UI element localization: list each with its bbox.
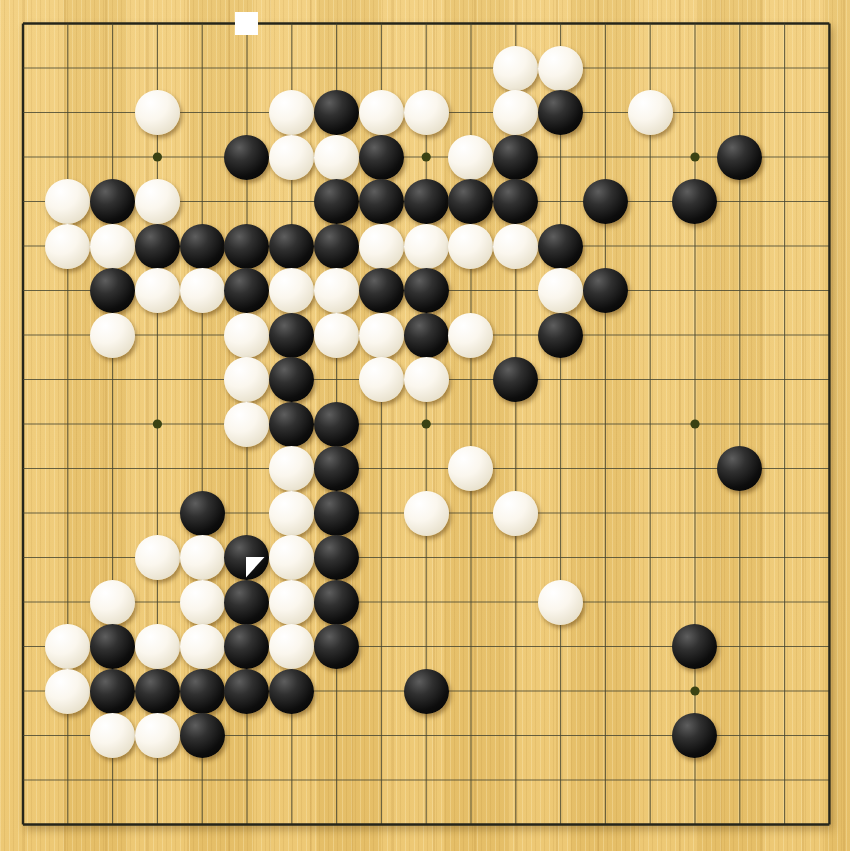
intersection[interactable] (135, 46, 180, 91)
intersection[interactable] (583, 357, 628, 402)
intersection[interactable] (807, 580, 850, 625)
intersection[interactable] (225, 758, 270, 803)
intersection[interactable] (180, 624, 225, 669)
intersection[interactable] (673, 135, 718, 180)
intersection[interactable] (1, 179, 46, 224)
intersection[interactable] (628, 802, 673, 847)
intersection[interactable] (673, 90, 718, 135)
intersection[interactable] (717, 802, 762, 847)
intersection[interactable] (269, 402, 314, 447)
intersection[interactable] (359, 268, 404, 313)
intersection[interactable] (225, 446, 270, 491)
intersection[interactable] (135, 491, 180, 536)
intersection[interactable] (225, 1, 270, 46)
intersection[interactable] (717, 758, 762, 803)
intersection[interactable] (225, 179, 270, 224)
intersection[interactable] (225, 357, 270, 402)
intersection[interactable] (717, 624, 762, 669)
intersection[interactable] (449, 1, 494, 46)
intersection[interactable] (762, 624, 807, 669)
intersection[interactable] (404, 90, 449, 135)
intersection[interactable] (45, 802, 90, 847)
intersection[interactable] (493, 135, 538, 180)
intersection[interactable] (135, 313, 180, 358)
intersection[interactable] (673, 1, 718, 46)
intersection[interactable] (135, 758, 180, 803)
intersection[interactable] (269, 491, 314, 536)
intersection[interactable] (314, 624, 359, 669)
intersection[interactable] (404, 268, 449, 313)
intersection[interactable] (359, 179, 404, 224)
intersection[interactable] (1, 268, 46, 313)
intersection[interactable] (673, 179, 718, 224)
intersection[interactable] (314, 179, 359, 224)
intersection[interactable] (314, 224, 359, 269)
intersection[interactable] (583, 135, 628, 180)
intersection[interactable] (762, 802, 807, 847)
intersection[interactable] (404, 402, 449, 447)
intersection[interactable] (90, 90, 135, 135)
intersection[interactable] (269, 758, 314, 803)
intersection[interactable] (628, 46, 673, 91)
intersection[interactable] (180, 580, 225, 625)
intersection[interactable] (1, 713, 46, 758)
intersection[interactable] (583, 179, 628, 224)
intersection[interactable] (628, 1, 673, 46)
intersection[interactable] (493, 313, 538, 358)
intersection[interactable] (314, 669, 359, 714)
intersection[interactable] (449, 135, 494, 180)
intersection[interactable] (762, 491, 807, 536)
intersection[interactable] (404, 758, 449, 803)
intersection[interactable] (314, 802, 359, 847)
intersection[interactable] (807, 357, 850, 402)
intersection[interactable] (807, 713, 850, 758)
intersection[interactable] (538, 179, 583, 224)
intersection[interactable] (449, 224, 494, 269)
intersection[interactable] (583, 669, 628, 714)
intersection[interactable] (583, 758, 628, 803)
intersection[interactable] (90, 580, 135, 625)
intersection[interactable] (628, 402, 673, 447)
intersection[interactable] (404, 46, 449, 91)
intersection[interactable] (45, 135, 90, 180)
intersection[interactable] (673, 313, 718, 358)
intersection[interactable] (717, 491, 762, 536)
intersection[interactable] (269, 669, 314, 714)
intersection[interactable] (762, 313, 807, 358)
intersection[interactable] (762, 580, 807, 625)
intersection[interactable] (314, 135, 359, 180)
intersection[interactable] (807, 90, 850, 135)
intersection[interactable] (359, 758, 404, 803)
intersection[interactable] (90, 535, 135, 580)
intersection[interactable] (1, 802, 46, 847)
intersection[interactable] (762, 713, 807, 758)
intersection[interactable] (673, 446, 718, 491)
intersection[interactable] (538, 1, 583, 46)
intersection[interactable] (538, 313, 583, 358)
intersection[interactable] (1, 535, 46, 580)
intersection[interactable] (673, 624, 718, 669)
intersection[interactable] (90, 224, 135, 269)
intersection[interactable] (807, 402, 850, 447)
intersection[interactable] (404, 713, 449, 758)
intersection[interactable] (135, 1, 180, 46)
intersection[interactable] (538, 535, 583, 580)
intersection[interactable] (538, 90, 583, 135)
intersection[interactable] (180, 313, 225, 358)
intersection[interactable] (1, 402, 46, 447)
intersection[interactable] (1, 669, 46, 714)
intersection[interactable] (269, 446, 314, 491)
intersection[interactable] (90, 669, 135, 714)
intersection[interactable] (449, 491, 494, 536)
intersection[interactable] (269, 802, 314, 847)
intersection[interactable] (493, 669, 538, 714)
intersection[interactable] (449, 313, 494, 358)
intersection[interactable] (583, 1, 628, 46)
intersection[interactable] (90, 1, 135, 46)
intersection[interactable] (135, 179, 180, 224)
intersection[interactable] (538, 224, 583, 269)
intersection[interactable] (314, 402, 359, 447)
intersection[interactable] (807, 802, 850, 847)
intersection[interactable] (717, 713, 762, 758)
intersection[interactable] (269, 46, 314, 91)
intersection[interactable] (673, 802, 718, 847)
intersection[interactable] (628, 446, 673, 491)
intersection[interactable] (404, 624, 449, 669)
intersection[interactable] (1, 224, 46, 269)
intersection[interactable] (90, 758, 135, 803)
intersection[interactable] (314, 491, 359, 536)
intersection[interactable] (180, 46, 225, 91)
intersection[interactable] (762, 357, 807, 402)
intersection[interactable] (673, 758, 718, 803)
intersection[interactable] (269, 90, 314, 135)
intersection[interactable] (45, 224, 90, 269)
intersection[interactable] (404, 669, 449, 714)
intersection[interactable] (673, 535, 718, 580)
intersection[interactable] (449, 90, 494, 135)
intersection[interactable] (404, 446, 449, 491)
intersection[interactable] (225, 224, 270, 269)
intersection[interactable] (762, 402, 807, 447)
intersection[interactable] (493, 713, 538, 758)
intersection[interactable] (180, 713, 225, 758)
intersection[interactable] (717, 402, 762, 447)
intersection[interactable] (225, 624, 270, 669)
intersection[interactable] (583, 224, 628, 269)
intersection[interactable] (583, 535, 628, 580)
intersection[interactable] (359, 669, 404, 714)
intersection[interactable] (538, 491, 583, 536)
intersection[interactable] (314, 357, 359, 402)
intersection[interactable] (314, 46, 359, 91)
intersection[interactable] (359, 580, 404, 625)
intersection[interactable] (359, 402, 404, 447)
intersection[interactable] (135, 135, 180, 180)
intersection[interactable] (807, 179, 850, 224)
intersection[interactable] (1, 1, 46, 46)
intersection[interactable] (538, 402, 583, 447)
intersection[interactable] (762, 669, 807, 714)
intersection[interactable] (45, 669, 90, 714)
intersection[interactable] (807, 1, 850, 46)
intersection[interactable] (449, 179, 494, 224)
intersection[interactable] (225, 669, 270, 714)
intersection[interactable] (673, 46, 718, 91)
intersection[interactable] (449, 758, 494, 803)
intersection[interactable] (449, 713, 494, 758)
intersection[interactable] (717, 90, 762, 135)
intersection[interactable] (90, 46, 135, 91)
intersection[interactable] (180, 135, 225, 180)
intersection[interactable] (135, 669, 180, 714)
intersection[interactable] (180, 802, 225, 847)
intersection[interactable] (493, 580, 538, 625)
intersection[interactable] (1, 90, 46, 135)
intersection[interactable] (135, 90, 180, 135)
intersection[interactable] (493, 624, 538, 669)
intersection[interactable] (673, 669, 718, 714)
intersection[interactable] (45, 624, 90, 669)
intersection[interactable] (269, 179, 314, 224)
intersection[interactable] (717, 135, 762, 180)
intersection[interactable] (314, 535, 359, 580)
intersection[interactable] (404, 535, 449, 580)
intersection[interactable] (583, 713, 628, 758)
intersection[interactable] (314, 313, 359, 358)
intersection[interactable] (449, 268, 494, 313)
intersection[interactable] (135, 713, 180, 758)
intersection[interactable] (359, 90, 404, 135)
intersection[interactable] (359, 802, 404, 847)
intersection[interactable] (225, 135, 270, 180)
intersection[interactable] (628, 268, 673, 313)
intersection[interactable] (628, 535, 673, 580)
intersection[interactable] (628, 713, 673, 758)
intersection[interactable] (1, 357, 46, 402)
intersection[interactable] (538, 446, 583, 491)
intersection[interactable] (717, 669, 762, 714)
intersection[interactable] (538, 802, 583, 847)
intersection[interactable] (404, 1, 449, 46)
intersection[interactable] (493, 491, 538, 536)
intersection[interactable] (493, 402, 538, 447)
intersection[interactable] (90, 491, 135, 536)
intersection[interactable] (135, 802, 180, 847)
intersection[interactable] (359, 46, 404, 91)
intersection[interactable] (404, 179, 449, 224)
intersection[interactable] (807, 446, 850, 491)
intersection[interactable] (314, 90, 359, 135)
intersection[interactable] (673, 268, 718, 313)
intersection[interactable] (269, 713, 314, 758)
intersection[interactable] (807, 135, 850, 180)
intersection[interactable] (180, 491, 225, 536)
intersection[interactable] (225, 90, 270, 135)
intersection[interactable] (269, 135, 314, 180)
intersection[interactable] (180, 669, 225, 714)
intersection[interactable] (628, 491, 673, 536)
intersection[interactable] (493, 802, 538, 847)
intersection[interactable] (493, 268, 538, 313)
intersection[interactable] (762, 90, 807, 135)
intersection[interactable] (538, 580, 583, 625)
intersection[interactable] (673, 491, 718, 536)
intersection[interactable] (90, 624, 135, 669)
intersection[interactable] (45, 179, 90, 224)
intersection[interactable] (583, 491, 628, 536)
intersection[interactable] (717, 179, 762, 224)
intersection[interactable] (1, 580, 46, 625)
intersection[interactable] (673, 224, 718, 269)
intersection[interactable] (449, 669, 494, 714)
intersection[interactable] (180, 357, 225, 402)
intersection[interactable] (135, 402, 180, 447)
intersection[interactable] (359, 135, 404, 180)
intersection[interactable] (538, 357, 583, 402)
intersection[interactable] (45, 758, 90, 803)
intersection[interactable] (717, 1, 762, 46)
intersection[interactable] (538, 758, 583, 803)
intersection[interactable] (807, 669, 850, 714)
intersection[interactable] (359, 624, 404, 669)
intersection[interactable] (628, 758, 673, 803)
intersection[interactable] (45, 446, 90, 491)
intersection[interactable] (538, 624, 583, 669)
intersection[interactable] (225, 313, 270, 358)
intersection[interactable] (225, 535, 270, 580)
intersection[interactable] (762, 268, 807, 313)
intersection[interactable] (45, 268, 90, 313)
intersection[interactable] (269, 535, 314, 580)
intersection[interactable] (359, 535, 404, 580)
intersection[interactable] (807, 624, 850, 669)
intersection[interactable] (180, 1, 225, 46)
intersection[interactable] (538, 46, 583, 91)
intersection[interactable] (314, 758, 359, 803)
intersection[interactable] (225, 802, 270, 847)
intersection[interactable] (449, 580, 494, 625)
intersection[interactable] (583, 268, 628, 313)
intersection[interactable] (762, 535, 807, 580)
intersection[interactable] (493, 535, 538, 580)
intersection[interactable] (269, 313, 314, 358)
intersection[interactable] (45, 535, 90, 580)
intersection[interactable] (225, 402, 270, 447)
intersection[interactable] (807, 535, 850, 580)
intersection[interactable] (135, 624, 180, 669)
intersection[interactable] (807, 268, 850, 313)
intersection[interactable] (762, 758, 807, 803)
intersection[interactable] (359, 713, 404, 758)
intersection[interactable] (45, 580, 90, 625)
intersection[interactable] (225, 46, 270, 91)
intersection[interactable] (225, 580, 270, 625)
intersection[interactable] (180, 402, 225, 447)
intersection[interactable] (628, 135, 673, 180)
intersection[interactable] (762, 224, 807, 269)
intersection[interactable] (269, 224, 314, 269)
intersection[interactable] (807, 224, 850, 269)
intersection[interactable] (717, 313, 762, 358)
intersection[interactable] (135, 535, 180, 580)
intersection[interactable] (583, 580, 628, 625)
intersection[interactable] (180, 90, 225, 135)
intersection[interactable] (583, 624, 628, 669)
intersection[interactable] (45, 313, 90, 358)
intersection[interactable] (269, 1, 314, 46)
intersection[interactable] (673, 580, 718, 625)
intersection[interactable] (45, 46, 90, 91)
intersection[interactable] (404, 357, 449, 402)
intersection[interactable] (717, 357, 762, 402)
intersection[interactable] (449, 535, 494, 580)
intersection[interactable] (538, 268, 583, 313)
intersection[interactable] (135, 268, 180, 313)
intersection[interactable] (717, 580, 762, 625)
intersection[interactable] (1, 624, 46, 669)
intersection[interactable] (45, 1, 90, 46)
intersection[interactable] (90, 802, 135, 847)
intersection[interactable] (90, 313, 135, 358)
intersection[interactable] (1, 758, 46, 803)
intersection[interactable] (449, 402, 494, 447)
intersection[interactable] (628, 224, 673, 269)
intersection[interactable] (269, 624, 314, 669)
intersection[interactable] (45, 713, 90, 758)
intersection[interactable] (449, 357, 494, 402)
intersection[interactable] (314, 1, 359, 46)
intersection[interactable] (404, 802, 449, 847)
intersection[interactable] (628, 624, 673, 669)
intersection[interactable] (135, 446, 180, 491)
intersection[interactable] (90, 357, 135, 402)
intersection[interactable] (762, 1, 807, 46)
intersection[interactable] (762, 179, 807, 224)
intersection[interactable] (359, 224, 404, 269)
intersection[interactable] (359, 446, 404, 491)
intersection[interactable] (314, 580, 359, 625)
intersection[interactable] (583, 313, 628, 358)
intersection[interactable] (314, 713, 359, 758)
intersection[interactable] (45, 357, 90, 402)
intersection[interactable] (135, 224, 180, 269)
intersection[interactable] (493, 1, 538, 46)
intersection[interactable] (493, 224, 538, 269)
intersection[interactable] (538, 713, 583, 758)
intersection[interactable] (673, 713, 718, 758)
intersection[interactable] (762, 46, 807, 91)
intersection[interactable] (449, 446, 494, 491)
intersection[interactable] (717, 224, 762, 269)
intersection[interactable] (583, 90, 628, 135)
intersection[interactable] (583, 802, 628, 847)
intersection[interactable] (493, 758, 538, 803)
intersection[interactable] (404, 135, 449, 180)
intersection[interactable] (493, 179, 538, 224)
intersection[interactable] (628, 357, 673, 402)
intersection[interactable] (807, 46, 850, 91)
intersection[interactable] (180, 446, 225, 491)
intersection[interactable] (225, 491, 270, 536)
intersection[interactable] (807, 313, 850, 358)
intersection[interactable] (90, 402, 135, 447)
intersection[interactable] (762, 135, 807, 180)
